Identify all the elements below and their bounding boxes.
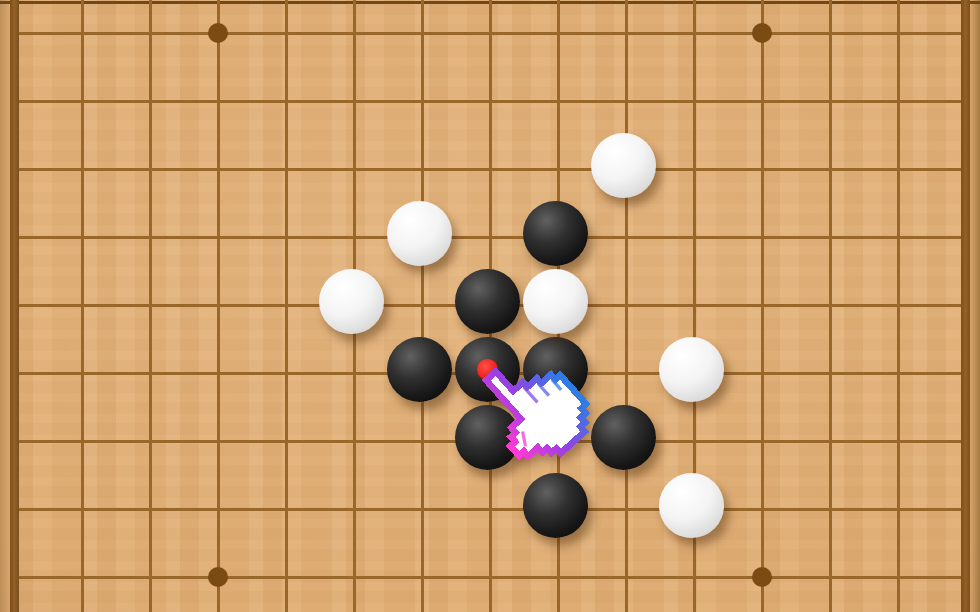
black-stone	[455, 337, 520, 402]
black-stone	[455, 405, 520, 470]
white-stone	[387, 201, 452, 266]
black-stone	[523, 201, 588, 266]
black-stone	[387, 337, 452, 402]
black-stone	[591, 405, 656, 470]
black-stone	[523, 473, 588, 538]
white-stone	[659, 473, 724, 538]
gomoku-board[interactable]	[0, 0, 980, 611]
white-stone	[319, 269, 384, 334]
black-stone	[523, 337, 588, 402]
white-stone	[659, 337, 724, 402]
last-move-marker	[477, 359, 498, 380]
gomoku-board-screen[interactable]	[0, 0, 980, 612]
black-stone	[455, 269, 520, 334]
white-stone	[591, 133, 656, 198]
white-stone	[523, 269, 588, 334]
